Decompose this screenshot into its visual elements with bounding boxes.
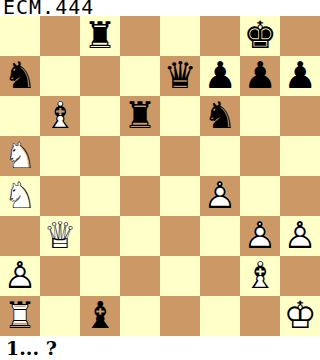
square-b2[interactable] xyxy=(40,256,80,296)
square-f8[interactable] xyxy=(200,16,240,56)
piece-white-pawn-fill: ♟ xyxy=(0,256,40,296)
square-c8[interactable]: ♜ xyxy=(80,16,120,56)
square-b6[interactable]: ♝♗ xyxy=(40,96,80,136)
piece-white-queen: ♕ xyxy=(40,216,80,256)
piece-black-knight: ♞ xyxy=(0,56,40,96)
square-c7[interactable] xyxy=(80,56,120,96)
piece-white-knight: ♘ xyxy=(0,176,40,216)
header-title: ECM.444 xyxy=(3,0,94,16)
square-g6[interactable] xyxy=(240,96,280,136)
square-d8[interactable] xyxy=(120,16,160,56)
piece-white-pawn: ♙ xyxy=(200,176,240,216)
piece-black-rook: ♜ xyxy=(80,16,120,56)
square-a5[interactable]: ♞♘ xyxy=(0,136,40,176)
chess-diagram-window: ECM.444 ♜♚♞♛♟♟♟♝♗♜♞♞♘♞♘♟♙♛♕♟♙♟♙♟♙♝♗♜♖♝♚♔… xyxy=(0,0,320,360)
square-g3[interactable]: ♟♙ xyxy=(240,216,280,256)
piece-white-queen-fill: ♛ xyxy=(40,216,80,256)
piece-black-queen: ♛ xyxy=(160,56,200,96)
square-c3[interactable] xyxy=(80,216,120,256)
square-e1[interactable] xyxy=(160,296,200,336)
piece-black-rook: ♜ xyxy=(120,96,160,136)
square-f2[interactable] xyxy=(200,256,240,296)
square-e6[interactable] xyxy=(160,96,200,136)
square-e8[interactable] xyxy=(160,16,200,56)
piece-white-knight-fill: ♞ xyxy=(0,136,40,176)
square-a4[interactable]: ♞♘ xyxy=(0,176,40,216)
square-f1[interactable] xyxy=(200,296,240,336)
square-c5[interactable] xyxy=(80,136,120,176)
square-g7[interactable]: ♟ xyxy=(240,56,280,96)
piece-white-bishop-fill: ♝ xyxy=(40,96,80,136)
square-c4[interactable] xyxy=(80,176,120,216)
square-f3[interactable] xyxy=(200,216,240,256)
square-d2[interactable] xyxy=(120,256,160,296)
square-g2[interactable]: ♝♗ xyxy=(240,256,280,296)
square-b7[interactable] xyxy=(40,56,80,96)
square-e4[interactable] xyxy=(160,176,200,216)
square-h8[interactable] xyxy=(280,16,320,56)
piece-white-rook: ♖ xyxy=(0,296,40,336)
square-b1[interactable] xyxy=(40,296,80,336)
square-h6[interactable] xyxy=(280,96,320,136)
square-d1[interactable] xyxy=(120,296,160,336)
square-d5[interactable] xyxy=(120,136,160,176)
piece-black-pawn: ♟ xyxy=(240,56,280,96)
piece-white-bishop: ♗ xyxy=(240,256,280,296)
square-a8[interactable] xyxy=(0,16,40,56)
square-e5[interactable] xyxy=(160,136,200,176)
square-c2[interactable] xyxy=(80,256,120,296)
piece-white-king: ♔ xyxy=(280,296,320,336)
square-a2[interactable]: ♟♙ xyxy=(0,256,40,296)
square-f4[interactable]: ♟♙ xyxy=(200,176,240,216)
square-c1[interactable]: ♝ xyxy=(80,296,120,336)
piece-white-king-fill: ♚ xyxy=(280,296,320,336)
chess-board: ♜♚♞♛♟♟♟♝♗♜♞♞♘♞♘♟♙♛♕♟♙♟♙♟♙♝♗♜♖♝♚♔ xyxy=(0,16,320,336)
move-prompt: 1... ? xyxy=(6,337,57,359)
square-d4[interactable] xyxy=(120,176,160,216)
square-a6[interactable] xyxy=(0,96,40,136)
square-c6[interactable] xyxy=(80,96,120,136)
square-d3[interactable] xyxy=(120,216,160,256)
square-d7[interactable] xyxy=(120,56,160,96)
square-f5[interactable] xyxy=(200,136,240,176)
piece-white-pawn-fill: ♟ xyxy=(200,176,240,216)
piece-white-knight: ♘ xyxy=(0,136,40,176)
piece-white-bishop: ♗ xyxy=(40,96,80,136)
piece-black-pawn: ♟ xyxy=(200,56,240,96)
piece-white-pawn: ♙ xyxy=(240,216,280,256)
square-e2[interactable] xyxy=(160,256,200,296)
piece-white-rook-fill: ♜ xyxy=(0,296,40,336)
piece-white-pawn: ♙ xyxy=(280,216,320,256)
square-e3[interactable] xyxy=(160,216,200,256)
square-b5[interactable] xyxy=(40,136,80,176)
square-b8[interactable] xyxy=(40,16,80,56)
piece-black-knight: ♞ xyxy=(200,96,240,136)
square-a3[interactable] xyxy=(0,216,40,256)
square-g8[interactable]: ♚ xyxy=(240,16,280,56)
square-g5[interactable] xyxy=(240,136,280,176)
square-a1[interactable]: ♜♖ xyxy=(0,296,40,336)
square-h5[interactable] xyxy=(280,136,320,176)
square-h1[interactable]: ♚♔ xyxy=(280,296,320,336)
square-b3[interactable]: ♛♕ xyxy=(40,216,80,256)
piece-white-knight-fill: ♞ xyxy=(0,176,40,216)
square-a7[interactable]: ♞ xyxy=(0,56,40,96)
square-g1[interactable] xyxy=(240,296,280,336)
square-h3[interactable]: ♟♙ xyxy=(280,216,320,256)
square-b4[interactable] xyxy=(40,176,80,216)
piece-white-pawn-fill: ♟ xyxy=(280,216,320,256)
square-h2[interactable] xyxy=(280,256,320,296)
square-f6[interactable]: ♞ xyxy=(200,96,240,136)
piece-black-king: ♚ xyxy=(240,16,280,56)
square-h7[interactable]: ♟ xyxy=(280,56,320,96)
square-h4[interactable] xyxy=(280,176,320,216)
piece-white-pawn-fill: ♟ xyxy=(240,216,280,256)
square-d6[interactable]: ♜ xyxy=(120,96,160,136)
square-f7[interactable]: ♟ xyxy=(200,56,240,96)
piece-black-pawn: ♟ xyxy=(280,56,320,96)
piece-white-bishop-fill: ♝ xyxy=(240,256,280,296)
piece-white-pawn: ♙ xyxy=(0,256,40,296)
square-g4[interactable] xyxy=(240,176,280,216)
square-e7[interactable]: ♛ xyxy=(160,56,200,96)
piece-black-bishop: ♝ xyxy=(80,296,120,336)
